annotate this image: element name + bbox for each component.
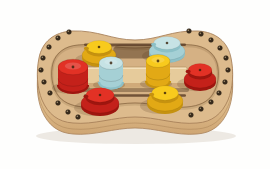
screw-icon xyxy=(189,113,194,118)
screw-icon xyxy=(42,80,47,85)
screw-icon xyxy=(226,68,231,73)
screw-icon xyxy=(224,56,229,61)
screw-icon xyxy=(218,46,223,51)
dog-puzzle-board xyxy=(0,0,270,169)
screw-icon xyxy=(39,68,44,73)
screw-icon xyxy=(56,101,61,106)
product-photo-canvas xyxy=(0,0,270,169)
screw-icon xyxy=(209,100,214,105)
screw-icon xyxy=(48,91,53,96)
screw-icon xyxy=(209,38,214,43)
screw-icon xyxy=(67,30,72,35)
screw-icon xyxy=(41,56,46,61)
screw-icon xyxy=(66,110,71,115)
screw-icon xyxy=(199,32,204,37)
screw-icon xyxy=(47,45,52,50)
screw-icon xyxy=(223,80,228,85)
screw-icon xyxy=(76,115,81,120)
screw-icon xyxy=(217,91,222,96)
screw-icon xyxy=(187,29,192,34)
screw-icon xyxy=(56,36,61,41)
screw-icon xyxy=(199,107,204,112)
